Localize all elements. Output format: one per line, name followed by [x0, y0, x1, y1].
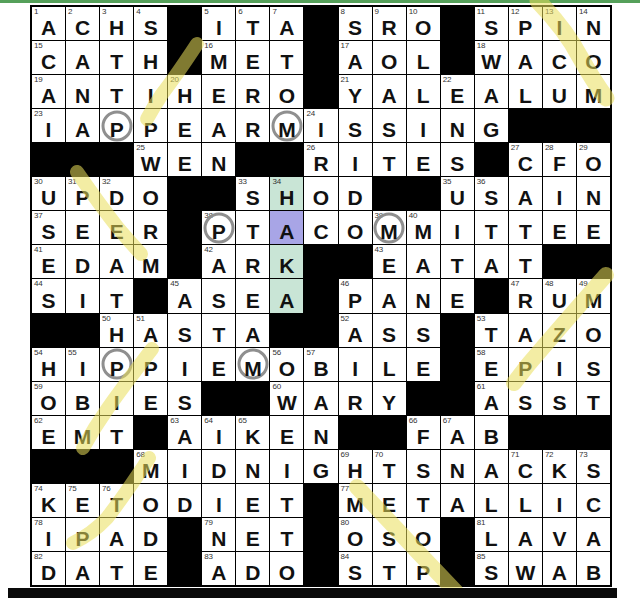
cell-letter: B — [475, 426, 508, 447]
cell-r3c17[interactable]: M — [577, 75, 610, 108]
cell-r3c1[interactable]: 19A — [32, 75, 65, 108]
cell-r15c13[interactable]: A — [441, 484, 474, 517]
cell-r2c11[interactable]: O — [373, 41, 406, 74]
black-cell — [339, 245, 372, 278]
cell-r15c14[interactable]: L — [475, 484, 508, 517]
cell-r1c17[interactable]: 14N — [577, 7, 610, 40]
cell-r8c14[interactable]: A — [475, 245, 508, 278]
cell-r5c4[interactable]: 25W — [134, 143, 167, 176]
cell-r11c7[interactable]: M — [236, 348, 269, 381]
cell-r11c10[interactable]: I — [339, 348, 372, 381]
cell-r2c14[interactable]: 18W — [475, 41, 508, 74]
cell-letter: E — [441, 85, 474, 106]
cell-r4c12[interactable]: I — [407, 109, 440, 142]
cell-r6c9[interactable]: O — [304, 177, 337, 210]
black-cell — [32, 143, 65, 176]
cell-r10c16[interactable]: Z — [543, 314, 576, 347]
black-cell — [134, 416, 167, 449]
cell-r8c8[interactable]: K — [270, 245, 303, 278]
cell-r8c7[interactable]: R — [236, 245, 269, 278]
cell-r7c12[interactable]: 40M — [407, 211, 440, 244]
cell-letter: O — [577, 324, 610, 345]
black-cell — [32, 450, 65, 483]
cell-r4c5[interactable]: E — [168, 109, 201, 142]
cell-letter: I — [32, 528, 65, 549]
cell-r6c14[interactable]: 36S — [475, 177, 508, 210]
cell-r12c9[interactable]: A — [304, 382, 337, 415]
cell-r6c17[interactable]: N — [577, 177, 610, 210]
cell-letter: L — [373, 358, 406, 379]
cell-r12c8[interactable]: 60W — [270, 382, 303, 415]
cell-r13c12[interactable]: 66F — [407, 416, 440, 449]
cell-r8c1[interactable]: 41E — [32, 245, 65, 278]
cell-letter: E — [66, 221, 99, 242]
cell-r2c6[interactable]: 16M — [202, 41, 235, 74]
cell-r16c2[interactable]: P — [66, 518, 99, 551]
cell-letter: E — [236, 51, 269, 72]
cell-letter: O — [339, 528, 372, 549]
cell-r15c17[interactable]: C — [577, 484, 610, 517]
cell-r17c7[interactable]: D — [236, 552, 269, 585]
cell-r11c2[interactable]: 55I — [66, 348, 99, 381]
cell-r9c5[interactable]: 45A — [168, 279, 201, 312]
cell-letter: E — [475, 358, 508, 379]
cell-letter: A — [270, 17, 303, 38]
cell-r4c3[interactable]: P — [100, 109, 133, 142]
clue-number: 5 — [204, 7, 208, 17]
cell-r5c5[interactable]: E — [168, 143, 201, 176]
cell-r10c6[interactable]: T — [202, 314, 235, 347]
cell-letter: T — [236, 17, 269, 38]
cell-r10c14[interactable]: 53T — [475, 314, 508, 347]
cell-r7c15[interactable]: T — [509, 211, 542, 244]
cell-r9c12[interactable]: N — [407, 279, 440, 312]
cell-r7c10[interactable]: O — [339, 211, 372, 244]
cell-r10c17[interactable]: O — [577, 314, 610, 347]
cell-r1c4[interactable]: 4S — [134, 7, 167, 40]
cell-r5c9[interactable]: 26R — [304, 143, 337, 176]
cell-r3c6[interactable]: E — [202, 75, 235, 108]
cell-r1c6[interactable]: 5I — [202, 7, 235, 40]
cell-r1c1[interactable]: 1A — [32, 7, 65, 40]
cell-r7c13[interactable]: I — [441, 211, 474, 244]
cell-r5c13[interactable]: S — [441, 143, 474, 176]
cell-r16c11[interactable]: S — [373, 518, 406, 551]
cell-r4c1[interactable]: 23I — [32, 109, 65, 142]
cell-r7c11[interactable]: 39M — [373, 211, 406, 244]
black-cell — [304, 314, 337, 347]
cell-r6c3[interactable]: 32D — [100, 177, 133, 210]
cell-r16c6[interactable]: 79N — [202, 518, 235, 551]
cell-r16c3[interactable]: A — [100, 518, 133, 551]
cell-letter: S — [32, 290, 65, 311]
cell-r2c8[interactable]: T — [270, 41, 303, 74]
cell-r11c5[interactable]: I — [168, 348, 201, 381]
cell-r11c14[interactable]: 58E — [475, 348, 508, 381]
cell-r16c17[interactable]: A — [577, 518, 610, 551]
cell-r1c11[interactable]: 9R — [373, 7, 406, 40]
cell-r14c6[interactable]: D — [202, 450, 235, 483]
cell-r3c11[interactable]: A — [373, 75, 406, 108]
cell-r16c10[interactable]: 80O — [339, 518, 372, 551]
cell-r9c6[interactable]: S — [202, 279, 235, 312]
cell-r9c8[interactable]: A — [270, 279, 303, 312]
cell-r2c16[interactable]: C — [543, 41, 576, 74]
black-cell — [475, 143, 508, 176]
cell-r12c17[interactable]: T — [577, 382, 610, 415]
cell-r9c2[interactable]: I — [66, 279, 99, 312]
cell-r13c7[interactable]: 65K — [236, 416, 269, 449]
cell-r14c16[interactable]: 72K — [543, 450, 576, 483]
cell-r9c16[interactable]: 48U — [543, 279, 576, 312]
cell-r15c8[interactable]: T — [270, 484, 303, 517]
top-accent-bar — [0, 0, 640, 3]
cell-r15c7[interactable]: E — [236, 484, 269, 517]
cell-r13c5[interactable]: 63A — [168, 416, 201, 449]
clue-number: 13 — [545, 7, 554, 17]
cell-r9c13[interactable]: E — [441, 279, 474, 312]
cell-r4c2[interactable]: A — [66, 109, 99, 142]
cell-r15c1[interactable]: 74K — [32, 484, 65, 517]
cell-r11c4[interactable]: P — [134, 348, 167, 381]
cell-r12c5[interactable]: S — [168, 382, 201, 415]
cell-r15c2[interactable]: 75E — [66, 484, 99, 517]
cell-r6c1[interactable]: 30U — [32, 177, 65, 210]
black-cell — [543, 109, 576, 142]
cell-r13c13[interactable]: 67A — [441, 416, 474, 449]
cell-r14c7[interactable]: N — [236, 450, 269, 483]
cell-r9c17[interactable]: 49M — [577, 279, 610, 312]
cell-r16c16[interactable]: V — [543, 518, 576, 551]
cell-letter: P — [134, 119, 167, 140]
cell-r13c2[interactable]: M — [66, 416, 99, 449]
cell-r5c6[interactable]: N — [202, 143, 235, 176]
cell-r13c3[interactable]: T — [100, 416, 133, 449]
cell-r16c8[interactable]: T — [270, 518, 303, 551]
black-cell — [373, 177, 406, 210]
cell-r6c2[interactable]: 31P — [66, 177, 99, 210]
cell-letter: E — [407, 358, 440, 379]
cell-r15c4[interactable]: O — [134, 484, 167, 517]
cell-r6c8[interactable]: 34H — [270, 177, 303, 210]
cell-r13c6[interactable]: 64I — [202, 416, 235, 449]
cell-r10c4[interactable]: 51A — [134, 314, 167, 347]
cell-letter: S — [373, 528, 406, 549]
cell-r7c4[interactable]: R — [134, 211, 167, 244]
cell-r14c5[interactable]: I — [168, 450, 201, 483]
cell-r10c15[interactable]: A — [509, 314, 542, 347]
cell-r17c4[interactable]: E — [134, 552, 167, 585]
cell-r14c17[interactable]: 73S — [577, 450, 610, 483]
cell-r7c2[interactable]: E — [66, 211, 99, 244]
cell-letter: W — [134, 153, 167, 174]
cell-letter: K — [236, 426, 269, 447]
cell-r1c15[interactable]: 12P — [509, 7, 542, 40]
cell-r5c15[interactable]: 27C — [509, 143, 542, 176]
cell-r14c15[interactable]: 71C — [509, 450, 542, 483]
cell-letter: T — [270, 494, 303, 515]
cell-r4c10[interactable]: S — [339, 109, 372, 142]
cell-r17c15[interactable]: W — [509, 552, 542, 585]
cell-r3c2[interactable]: N — [66, 75, 99, 108]
cell-r13c1[interactable]: 62E — [32, 416, 65, 449]
cell-r3c14[interactable]: A — [475, 75, 508, 108]
cell-r17c3[interactable]: T — [100, 552, 133, 585]
cell-letter: O — [577, 153, 610, 174]
cell-r2c15[interactable]: A — [509, 41, 542, 74]
cell-r17c11[interactable]: T — [373, 552, 406, 585]
cell-r17c1[interactable]: 82D — [32, 552, 65, 585]
cell-letter: A — [373, 85, 406, 106]
cell-r3c16[interactable]: U — [543, 75, 576, 108]
cell-letter: Z — [543, 324, 576, 345]
cell-r17c16[interactable]: A — [543, 552, 576, 585]
cell-r10c12[interactable]: S — [407, 314, 440, 347]
cell-r11c16[interactable]: I — [543, 348, 576, 381]
cell-r15c5[interactable]: D — [168, 484, 201, 517]
cell-r1c3[interactable]: 3H — [100, 7, 133, 40]
cell-r15c11[interactable]: E — [373, 484, 406, 517]
cell-letter: I — [543, 494, 576, 515]
cell-r1c7[interactable]: 6T — [236, 7, 269, 40]
cell-r2c2[interactable]: A — [66, 41, 99, 74]
cell-letter: A — [168, 290, 201, 311]
cell-letter: E — [270, 426, 303, 447]
cell-r4c7[interactable]: R — [236, 109, 269, 142]
cell-r10c11[interactable]: S — [373, 314, 406, 347]
cell-r11c12[interactable]: E — [407, 348, 440, 381]
cell-letter: F — [407, 426, 440, 447]
cell-r4c11[interactable]: S — [373, 109, 406, 142]
cell-letter: A — [577, 528, 610, 549]
cell-r16c4[interactable]: D — [134, 518, 167, 551]
cell-r2c1[interactable]: 15C — [32, 41, 65, 74]
cell-r7c16[interactable]: E — [543, 211, 576, 244]
cell-r15c16[interactable]: I — [543, 484, 576, 517]
cell-r11c15[interactable]: P — [509, 348, 542, 381]
cell-r15c15[interactable]: L — [509, 484, 542, 517]
cell-r4c6[interactable]: A — [202, 109, 235, 142]
cell-r15c12[interactable]: T — [407, 484, 440, 517]
cell-letter: P — [66, 187, 99, 208]
cell-r11c8[interactable]: 56O — [270, 348, 303, 381]
cell-r3c12[interactable]: L — [407, 75, 440, 108]
cell-r11c1[interactable]: 54H — [32, 348, 65, 381]
black-cell — [304, 518, 337, 551]
cell-r9c1[interactable]: 44S — [32, 279, 65, 312]
cell-r12c10[interactable]: R — [339, 382, 372, 415]
cell-r11c3[interactable]: P — [100, 348, 133, 381]
cell-r9c11[interactable]: A — [373, 279, 406, 312]
cell-r12c16[interactable]: S — [543, 382, 576, 415]
cell-r7c14[interactable]: T — [475, 211, 508, 244]
cell-r17c6[interactable]: 83A — [202, 552, 235, 585]
cell-letter: O — [32, 392, 65, 413]
cell-r3c8[interactable]: O — [270, 75, 303, 108]
cell-r2c7[interactable]: E — [236, 41, 269, 74]
cell-r9c7[interactable]: E — [236, 279, 269, 312]
cell-r14c10[interactable]: 69H — [339, 450, 372, 483]
cell-r6c4[interactable]: O — [134, 177, 167, 210]
cell-r7c7[interactable]: T — [236, 211, 269, 244]
cell-r16c1[interactable]: 78I — [32, 518, 65, 551]
cell-letter: M — [407, 221, 440, 242]
cell-r12c1[interactable]: 59O — [32, 382, 65, 415]
cell-r11c17[interactable]: S — [577, 348, 610, 381]
cell-letter: Y — [373, 392, 406, 413]
cell-r11c6[interactable]: E — [202, 348, 235, 381]
cell-r3c15[interactable]: L — [509, 75, 542, 108]
cell-r3c10[interactable]: 21Y — [339, 75, 372, 108]
cell-r3c4[interactable]: I — [134, 75, 167, 108]
cell-r6c16[interactable]: I — [543, 177, 576, 210]
cell-letter: N — [441, 460, 474, 481]
clue-number: 44 — [34, 279, 43, 289]
cell-r1c16[interactable]: 13I — [543, 7, 576, 40]
cell-r11c11[interactable]: L — [373, 348, 406, 381]
cell-letter: N — [66, 85, 99, 106]
cell-r9c3[interactable]: T — [100, 279, 133, 312]
cell-r14c14[interactable]: A — [475, 450, 508, 483]
cell-r10c3[interactable]: 50H — [100, 314, 133, 347]
cell-r3c3[interactable]: T — [100, 75, 133, 108]
cell-r12c11[interactable]: Y — [373, 382, 406, 415]
black-cell — [543, 416, 576, 449]
cell-r6c13[interactable]: 35U — [441, 177, 474, 210]
cell-r8c6[interactable]: 42A — [202, 245, 235, 278]
cell-r6c10[interactable]: D — [339, 177, 372, 210]
cell-letter: S — [168, 392, 201, 413]
cell-r17c10[interactable]: 84S — [339, 552, 372, 585]
cell-r14c11[interactable]: 70T — [373, 450, 406, 483]
cell-r11c9[interactable]: 57B — [304, 348, 337, 381]
cell-r1c8[interactable]: 7A — [270, 7, 303, 40]
cell-letter: M — [134, 255, 167, 276]
cell-r1c14[interactable]: 11S — [475, 7, 508, 40]
cell-r14c8[interactable]: I — [270, 450, 303, 483]
cell-letter: M — [373, 221, 406, 242]
cell-letter: E — [134, 392, 167, 413]
cell-r1c10[interactable]: 8S — [339, 7, 372, 40]
cell-r3c5[interactable]: 20H — [168, 75, 201, 108]
cell-r1c2[interactable]: 2C — [66, 7, 99, 40]
cell-r7c1[interactable]: 37S — [32, 211, 65, 244]
cell-r5c10[interactable]: I — [339, 143, 372, 176]
cell-r5c17[interactable]: 29O — [577, 143, 610, 176]
cell-r15c10[interactable]: 77M — [339, 484, 372, 517]
cell-r7c3[interactable]: E — [100, 211, 133, 244]
cell-r12c4[interactable]: E — [134, 382, 167, 415]
cell-r4c9[interactable]: 24I — [304, 109, 337, 142]
clue-number: 23 — [34, 109, 43, 119]
cell-r3c7[interactable]: R — [236, 75, 269, 108]
cell-r7c6[interactable]: 38P — [202, 211, 235, 244]
cell-r2c17[interactable]: O — [577, 41, 610, 74]
cell-r17c2[interactable]: A — [66, 552, 99, 585]
cell-r4c8[interactable]: M — [270, 109, 303, 142]
cell-letter: E — [32, 255, 65, 276]
cell-r16c12[interactable]: O — [407, 518, 440, 551]
cell-r16c7[interactable]: E — [236, 518, 269, 551]
cell-r2c4[interactable]: H — [134, 41, 167, 74]
cell-r14c12[interactable]: S — [407, 450, 440, 483]
cell-r8c3[interactable]: A — [100, 245, 133, 278]
cell-r12c14[interactable]: 61A — [475, 382, 508, 415]
cell-letter: S — [475, 187, 508, 208]
cell-r4c14[interactable]: G — [475, 109, 508, 142]
cell-letter: H — [100, 17, 133, 38]
cell-r15c6[interactable]: I — [202, 484, 235, 517]
cell-r1c12[interactable]: 10O — [407, 7, 440, 40]
cell-r7c17[interactable]: E — [577, 211, 610, 244]
cell-letter: I — [407, 119, 440, 140]
cell-r9c15[interactable]: 47R — [509, 279, 542, 312]
cell-r2c10[interactable]: 17A — [339, 41, 372, 74]
cell-r16c14[interactable]: 81L — [475, 518, 508, 551]
cell-letter: I — [202, 17, 235, 38]
cell-r17c17[interactable]: B — [577, 552, 610, 585]
cell-r8c2[interactable]: D — [66, 245, 99, 278]
cell-r12c2[interactable]: B — [66, 382, 99, 415]
cell-r10c5[interactable]: S — [168, 314, 201, 347]
cell-r13c8[interactable]: E — [270, 416, 303, 449]
cell-r10c10[interactable]: 52A — [339, 314, 372, 347]
cell-r13c9[interactable]: N — [304, 416, 337, 449]
cell-r7c9[interactable]: C — [304, 211, 337, 244]
cell-letter: U — [441, 187, 474, 208]
cell-r17c14[interactable]: 85S — [475, 552, 508, 585]
cell-r7c8[interactable]: A — [270, 211, 303, 244]
cell-r5c12[interactable]: E — [407, 143, 440, 176]
cell-r5c11[interactable]: T — [373, 143, 406, 176]
cell-r17c8[interactable]: O — [270, 552, 303, 585]
black-cell — [509, 416, 542, 449]
cell-r6c7[interactable]: 33S — [236, 177, 269, 210]
cell-r9c10[interactable]: 46P — [339, 279, 372, 312]
cell-r4c4[interactable]: P — [134, 109, 167, 142]
cell-r14c9[interactable]: G — [304, 450, 337, 483]
cell-r17c12[interactable]: P — [407, 552, 440, 585]
cell-letter: W — [475, 51, 508, 72]
cell-r14c4[interactable]: 68M — [134, 450, 167, 483]
cell-r8c4[interactable]: M — [134, 245, 167, 278]
cell-r2c3[interactable]: T — [100, 41, 133, 74]
cell-r16c15[interactable]: A — [509, 518, 542, 551]
cell-r6c15[interactable]: A — [509, 177, 542, 210]
cell-r10c7[interactable]: A — [236, 314, 269, 347]
cell-r12c15[interactable]: S — [509, 382, 542, 415]
cell-letter: A — [134, 324, 167, 345]
cell-r8c13[interactable]: T — [441, 245, 474, 278]
cell-r12c3[interactable]: I — [100, 382, 133, 415]
cell-r8c15[interactable]: T — [509, 245, 542, 278]
cell-letter: P — [100, 358, 133, 379]
cell-r13c14[interactable]: B — [475, 416, 508, 449]
cell-r3c13[interactable]: 22E — [441, 75, 474, 108]
cell-r14c13[interactable]: N — [441, 450, 474, 483]
cell-r8c11[interactable]: 43E — [373, 245, 406, 278]
cell-letter: S — [577, 358, 610, 379]
cell-r15c3[interactable]: 76T — [100, 484, 133, 517]
clue-number: 9 — [375, 7, 379, 17]
cell-letter: O — [134, 187, 167, 208]
black-cell — [441, 41, 474, 74]
cell-letter: B — [66, 392, 99, 413]
cell-r4c13[interactable]: N — [441, 109, 474, 142]
cell-r5c16[interactable]: 28F — [543, 143, 576, 176]
cell-r2c12[interactable]: L — [407, 41, 440, 74]
cell-r8c12[interactable]: A — [407, 245, 440, 278]
